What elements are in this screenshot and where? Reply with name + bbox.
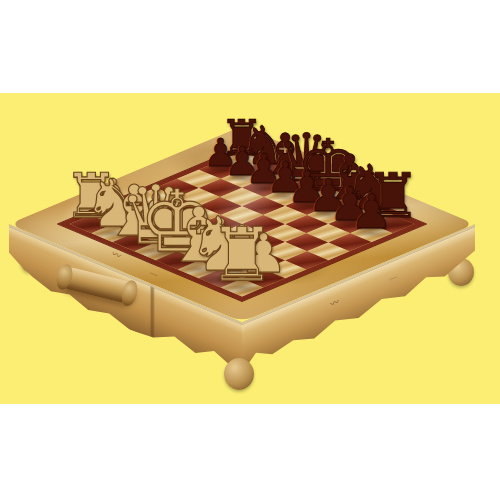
product-photo: 〰 ﹏ 〰 ﹏ ♜♞♟♝♟♛♟♚♟♝♟♞♟♟♜♟♟♜♟♟♞♟♝♟♛♟♚♟♝♟♞♜ — [0, 0, 500, 500]
chess-set-scene: 〰 ﹏ 〰 ﹏ ♜♞♟♝♟♛♟♚♟♝♟♞♟♟♜♟♟♜♟♟♞♟♝♟♛♟♚♟♝♟♞♜ — [0, 0, 500, 500]
box-foot-front — [224, 358, 254, 390]
